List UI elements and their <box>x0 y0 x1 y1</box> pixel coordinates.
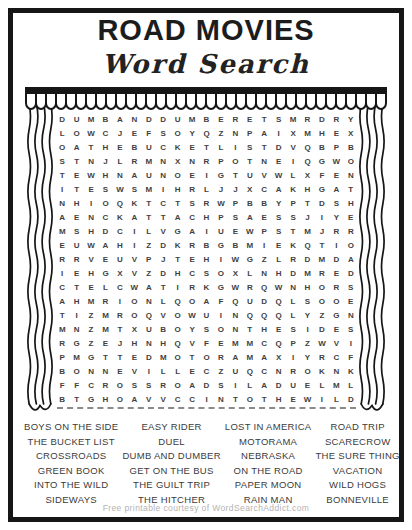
grid-cell-r9c15[interactable]: P <box>257 224 271 238</box>
grid-cell-r15c21[interactable]: N <box>344 308 358 322</box>
grid-cell-r18c4[interactable]: T <box>98 350 112 364</box>
grid-cell-r20c9[interactable]: O <box>170 378 184 392</box>
grid-cell-r4c8[interactable]: N <box>156 154 170 168</box>
grid-cell-r18c13[interactable]: A <box>228 350 242 364</box>
grid-cell-r11c19[interactable]: M <box>315 252 329 266</box>
grid-cell-r9c14[interactable]: W <box>243 224 257 238</box>
grid-cell-r3c12[interactable]: L <box>214 140 228 154</box>
grid-cell-r15c9[interactable]: O <box>170 308 184 322</box>
grid-cell-r4c12[interactable]: P <box>214 154 228 168</box>
grid-cell-r4c5[interactable]: L <box>113 154 127 168</box>
grid-cell-r16c11[interactable]: S <box>199 322 213 336</box>
grid-cell-r2c18[interactable]: M <box>300 126 314 140</box>
grid-cell-r5c16[interactable]: W <box>271 168 285 182</box>
grid-cell-r13c8[interactable]: T <box>156 280 170 294</box>
grid-cell-r19c21[interactable]: K <box>344 364 358 378</box>
grid-cell-r12c14[interactable]: L <box>243 266 257 280</box>
grid-cell-r14c18[interactable]: S <box>300 294 314 308</box>
grid-cell-r2c20[interactable]: E <box>329 126 343 140</box>
grid-cell-r9c11[interactable]: I <box>199 224 213 238</box>
grid-cell-r8c14[interactable]: A <box>243 210 257 224</box>
grid-cell-r3c15[interactable]: T <box>257 140 271 154</box>
grid-cell-r1c6[interactable]: N <box>127 112 141 126</box>
grid-cell-r16c19[interactable]: D <box>315 322 329 336</box>
grid-cell-r18c8[interactable]: M <box>156 350 170 364</box>
grid-cell-r7c18[interactable]: T <box>300 196 314 210</box>
grid-cell-r9c6[interactable]: I <box>127 224 141 238</box>
grid-cell-r15c15[interactable]: Q <box>257 308 271 322</box>
grid-cell-r1c21[interactable]: Y <box>344 112 358 126</box>
grid-cell-r7c20[interactable]: S <box>329 196 343 210</box>
grid-cell-r13c17[interactable]: N <box>286 280 300 294</box>
grid-cell-r14c15[interactable]: D <box>257 294 271 308</box>
grid-cell-r3c13[interactable]: I <box>228 140 242 154</box>
grid-cell-r12c19[interactable]: R <box>315 266 329 280</box>
grid-cell-r4c16[interactable]: E <box>271 154 285 168</box>
grid-cell-r12c15[interactable]: N <box>257 266 271 280</box>
grid-cell-r17c16[interactable]: Q <box>271 336 285 350</box>
grid-cell-r6c15[interactable]: C <box>257 182 271 196</box>
grid-cell-r20c17[interactable]: U <box>286 378 300 392</box>
grid-cell-r13c7[interactable]: A <box>142 280 156 294</box>
grid-cell-r1c16[interactable]: S <box>271 112 285 126</box>
grid-cell-r6c4[interactable]: S <box>98 182 112 196</box>
grid-cell-r8c10[interactable]: C <box>185 210 199 224</box>
grid-cell-r12c10[interactable]: C <box>185 266 199 280</box>
grid-cell-r17c11[interactable]: F <box>199 336 213 350</box>
grid-cell-r10c14[interactable]: M <box>243 238 257 252</box>
grid-cell-r3c7[interactable]: U <box>142 140 156 154</box>
grid-cell-r12c17[interactable]: D <box>286 266 300 280</box>
grid-cell-r13c13[interactable]: W <box>228 280 242 294</box>
grid-cell-r1c13[interactable]: R <box>228 112 242 126</box>
grid-cell-r3c3[interactable]: T <box>84 140 98 154</box>
grid-cell-r20c3[interactable]: C <box>84 378 98 392</box>
grid-cell-r12c7[interactable]: Z <box>142 266 156 280</box>
grid-cell-r18c2[interactable]: M <box>69 350 83 364</box>
grid-cell-r9c3[interactable]: H <box>84 224 98 238</box>
grid-cell-r12c4[interactable]: G <box>98 266 112 280</box>
grid-cell-r10c2[interactable]: U <box>69 238 83 252</box>
grid-cell-r15c6[interactable]: O <box>127 308 141 322</box>
grid-cell-r19c18[interactable]: O <box>300 364 314 378</box>
grid-cell-r11c20[interactable]: D <box>329 252 343 266</box>
grid-cell-r14c5[interactable]: I <box>113 294 127 308</box>
grid-cell-r4c9[interactable]: X <box>170 154 184 168</box>
grid-cell-r13c9[interactable]: I <box>170 280 184 294</box>
grid-cell-r15c8[interactable]: V <box>156 308 170 322</box>
grid-cell-r20c20[interactable]: M <box>329 378 343 392</box>
grid-cell-r21c6[interactable]: A <box>127 392 141 406</box>
grid-cell-r15c10[interactable]: W <box>185 308 199 322</box>
grid-cell-r6c13[interactable]: J <box>228 182 242 196</box>
grid-cell-r18c5[interactable]: T <box>113 350 127 364</box>
grid-cell-r19c4[interactable]: N <box>98 364 112 378</box>
grid-cell-r10c12[interactable]: G <box>214 238 228 252</box>
grid-cell-r9c18[interactable]: M <box>300 224 314 238</box>
grid-cell-r11c18[interactable]: D <box>300 252 314 266</box>
grid-cell-r8c18[interactable]: J <box>300 210 314 224</box>
grid-cell-r5c8[interactable]: N <box>156 168 170 182</box>
grid-cell-r1c4[interactable]: B <box>98 112 112 126</box>
grid-cell-r4c6[interactable]: R <box>127 154 141 168</box>
grid-cell-r10c15[interactable]: I <box>257 238 271 252</box>
grid-cell-r3c11[interactable]: T <box>199 140 213 154</box>
grid-cell-r2c16[interactable]: I <box>271 126 285 140</box>
grid-cell-r5c12[interactable]: G <box>214 168 228 182</box>
grid-cell-r1c2[interactable]: U <box>69 112 83 126</box>
grid-cell-r11c12[interactable]: I <box>214 252 228 266</box>
grid-cell-r8c12[interactable]: P <box>214 210 228 224</box>
grid-cell-r14c14[interactable]: U <box>243 294 257 308</box>
grid-cell-r10c10[interactable]: R <box>185 238 199 252</box>
grid-cell-r7c2[interactable]: H <box>69 196 83 210</box>
grid-cell-r17c10[interactable]: V <box>185 336 199 350</box>
grid-cell-r14c6[interactable]: O <box>127 294 141 308</box>
grid-cell-r17c6[interactable]: H <box>127 336 141 350</box>
grid-cell-r13c10[interactable]: R <box>185 280 199 294</box>
grid-cell-r2c13[interactable]: N <box>228 126 242 140</box>
grid-cell-r19c8[interactable]: L <box>156 364 170 378</box>
grid-cell-r14c11[interactable]: A <box>199 294 213 308</box>
grid-cell-r9c4[interactable]: D <box>98 224 112 238</box>
grid-cell-r21c15[interactable]: T <box>257 392 271 406</box>
grid-cell-r6c9[interactable]: H <box>170 182 184 196</box>
grid-cell-r20c19[interactable]: L <box>315 378 329 392</box>
grid-cell-r14c9[interactable]: Q <box>170 294 184 308</box>
grid-cell-r6c12[interactable]: J <box>214 182 228 196</box>
grid-cell-r9c17[interactable]: T <box>286 224 300 238</box>
grid-cell-r3c9[interactable]: K <box>170 140 184 154</box>
grid-cell-r13c21[interactable]: S <box>344 280 358 294</box>
grid-cell-r3c6[interactable]: B <box>127 140 141 154</box>
grid-cell-r6c1[interactable]: I <box>55 182 69 196</box>
grid-cell-r2c5[interactable]: J <box>113 126 127 140</box>
grid-cell-r20c16[interactable]: D <box>271 378 285 392</box>
grid-cell-r11c15[interactable]: Z <box>257 252 271 266</box>
grid-cell-r13c16[interactable]: W <box>271 280 285 294</box>
grid-cell-r20c12[interactable]: S <box>214 378 228 392</box>
grid-cell-r4c18[interactable]: Q <box>300 154 314 168</box>
grid-cell-r17c14[interactable]: M <box>243 336 257 350</box>
grid-cell-r21c16[interactable]: H <box>271 392 285 406</box>
grid-cell-r15c17[interactable]: L <box>286 308 300 322</box>
grid-cell-r6c11[interactable]: L <box>199 182 213 196</box>
grid-cell-r21c19[interactable]: I <box>315 392 329 406</box>
grid-cell-r16c5[interactable]: T <box>113 322 127 336</box>
grid-cell-r11c5[interactable]: U <box>113 252 127 266</box>
grid-cell-r4c1[interactable]: S <box>55 154 69 168</box>
grid-cell-r9c12[interactable]: U <box>214 224 228 238</box>
grid-cell-r10c20[interactable]: I <box>329 238 343 252</box>
grid-cell-r6c10[interactable]: R <box>185 182 199 196</box>
grid-cell-r16c12[interactable]: O <box>214 322 228 336</box>
grid-cell-r15c7[interactable]: Q <box>142 308 156 322</box>
grid-cell-r12c18[interactable]: M <box>300 266 314 280</box>
grid-cell-r19c1[interactable]: B <box>55 364 69 378</box>
grid-cell-r12c5[interactable]: X <box>113 266 127 280</box>
grid-cell-r8c3[interactable]: N <box>84 210 98 224</box>
grid-cell-r14c2[interactable]: H <box>69 294 83 308</box>
grid-cell-r17c20[interactable]: V <box>329 336 343 350</box>
grid-cell-r3c10[interactable]: E <box>185 140 199 154</box>
grid-cell-r6c2[interactable]: T <box>69 182 83 196</box>
grid-cell-r7c1[interactable]: N <box>55 196 69 210</box>
grid-cell-r8c1[interactable]: A <box>55 210 69 224</box>
grid-cell-r9c7[interactable]: L <box>142 224 156 238</box>
grid-cell-r20c4[interactable]: R <box>98 378 112 392</box>
grid-cell-r16c3[interactable]: Z <box>84 322 98 336</box>
grid-cell-r11c13[interactable]: W <box>228 252 242 266</box>
grid-cell-r2c14[interactable]: P <box>243 126 257 140</box>
grid-cell-r8c20[interactable]: Y <box>329 210 343 224</box>
grid-cell-r7c7[interactable]: T <box>142 196 156 210</box>
grid-cell-r12c6[interactable]: V <box>127 266 141 280</box>
grid-cell-r16c6[interactable]: X <box>127 322 141 336</box>
grid-cell-r7c19[interactable]: D <box>315 196 329 210</box>
grid-cell-r17c12[interactable]: E <box>214 336 228 350</box>
grid-cell-r5c18[interactable]: X <box>300 168 314 182</box>
grid-cell-r7c12[interactable]: W <box>214 196 228 210</box>
grid-cell-r18c15[interactable]: A <box>257 350 271 364</box>
grid-cell-r19c10[interactable]: E <box>185 364 199 378</box>
grid-cell-r21c17[interactable]: E <box>286 392 300 406</box>
grid-cell-r16c10[interactable]: Y <box>185 322 199 336</box>
grid-cell-r1c9[interactable]: U <box>170 112 184 126</box>
grid-cell-r5c17[interactable]: L <box>286 168 300 182</box>
grid-cell-r11c7[interactable]: P <box>142 252 156 266</box>
grid-cell-r15c19[interactable]: Z <box>315 308 329 322</box>
grid-cell-r9c21[interactable]: R <box>344 224 358 238</box>
grid-cell-r21c7[interactable]: V <box>142 392 156 406</box>
grid-cell-r19c9[interactable]: L <box>170 364 184 378</box>
grid-cell-r19c5[interactable]: E <box>113 364 127 378</box>
grid-cell-r2c7[interactable]: F <box>142 126 156 140</box>
grid-cell-r7c11[interactable]: R <box>199 196 213 210</box>
grid-cell-r3c16[interactable]: D <box>271 140 285 154</box>
grid-cell-r18c1[interactable]: P <box>55 350 69 364</box>
grid-cell-r17c13[interactable]: M <box>228 336 242 350</box>
grid-cell-r4c21[interactable]: O <box>344 154 358 168</box>
grid-cell-r20c8[interactable]: R <box>156 378 170 392</box>
grid-cell-r17c18[interactable]: Z <box>300 336 314 350</box>
grid-cell-r4c13[interactable]: O <box>228 154 242 168</box>
grid-cell-r4c11[interactable]: R <box>199 154 213 168</box>
grid-cell-r7c3[interactable]: I <box>84 196 98 210</box>
grid-cell-r2c10[interactable]: Y <box>185 126 199 140</box>
grid-cell-r10c13[interactable]: B <box>228 238 242 252</box>
grid-cell-r8c19[interactable]: I <box>315 210 329 224</box>
grid-cell-r11c16[interactable]: L <box>271 252 285 266</box>
grid-cell-r14c12[interactable]: F <box>214 294 228 308</box>
grid-cell-r16c17[interactable]: S <box>286 322 300 336</box>
grid-cell-r1c17[interactable]: M <box>286 112 300 126</box>
grid-cell-r8c21[interactable]: E <box>344 210 358 224</box>
grid-cell-r8c17[interactable]: S <box>286 210 300 224</box>
grid-cell-r13c3[interactable]: E <box>84 280 98 294</box>
grid-cell-r6c20[interactable]: A <box>329 182 343 196</box>
grid-cell-r6c7[interactable]: M <box>142 182 156 196</box>
grid-cell-r16c16[interactable]: E <box>271 322 285 336</box>
grid-cell-r12c9[interactable]: H <box>170 266 184 280</box>
grid-cell-r1c14[interactable]: E <box>243 112 257 126</box>
grid-cell-r20c2[interactable]: F <box>69 378 83 392</box>
grid-cell-r14c16[interactable]: Q <box>271 294 285 308</box>
grid-cell-r6c8[interactable]: I <box>156 182 170 196</box>
grid-cell-r13c20[interactable]: R <box>329 280 343 294</box>
grid-cell-r1c20[interactable]: R <box>329 112 343 126</box>
grid-cell-r1c5[interactable]: A <box>113 112 127 126</box>
grid-cell-r14c1[interactable]: A <box>55 294 69 308</box>
grid-cell-r11c4[interactable]: E <box>98 252 112 266</box>
grid-cell-r16c21[interactable]: S <box>344 322 358 336</box>
grid-cell-r14c21[interactable]: E <box>344 294 358 308</box>
grid-cell-r21c18[interactable]: W <box>300 392 314 406</box>
grid-cell-r7c6[interactable]: K <box>127 196 141 210</box>
grid-cell-r7c13[interactable]: P <box>228 196 242 210</box>
grid-cell-r6c5[interactable]: W <box>113 182 127 196</box>
grid-cell-r9c2[interactable]: S <box>69 224 83 238</box>
grid-cell-r7c8[interactable]: C <box>156 196 170 210</box>
grid-cell-r1c1[interactable]: D <box>55 112 69 126</box>
grid-cell-r17c19[interactable]: W <box>315 336 329 350</box>
grid-cell-r10c11[interactable]: B <box>199 238 213 252</box>
grid-cell-r13c12[interactable]: G <box>214 280 228 294</box>
grid-cell-r18c17[interactable]: I <box>286 350 300 364</box>
grid-cell-r5c4[interactable]: H <box>98 168 112 182</box>
grid-cell-r19c20[interactable]: N <box>329 364 343 378</box>
grid-cell-r14c17[interactable]: L <box>286 294 300 308</box>
grid-cell-r9c10[interactable]: A <box>185 224 199 238</box>
grid-cell-r21c14[interactable]: O <box>243 392 257 406</box>
grid-cell-r10c19[interactable]: T <box>315 238 329 252</box>
grid-cell-r18c16[interactable]: X <box>271 350 285 364</box>
grid-cell-r5c19[interactable]: F <box>315 168 329 182</box>
grid-cell-r19c15[interactable]: C <box>257 364 271 378</box>
grid-cell-r21c8[interactable]: V <box>156 392 170 406</box>
grid-cell-r3c18[interactable]: Q <box>300 140 314 154</box>
grid-cell-r21c1[interactable]: B <box>55 392 69 406</box>
grid-cell-r19c13[interactable]: U <box>228 364 242 378</box>
grid-cell-r9c9[interactable]: G <box>170 224 184 238</box>
grid-cell-r10c8[interactable]: D <box>156 238 170 252</box>
grid-cell-r2c6[interactable]: E <box>127 126 141 140</box>
grid-cell-r10c4[interactable]: A <box>98 238 112 252</box>
grid-cell-r2c3[interactable]: W <box>84 126 98 140</box>
grid-cell-r17c5[interactable]: J <box>113 336 127 350</box>
grid-cell-r14c10[interactable]: O <box>185 294 199 308</box>
grid-cell-r7c21[interactable]: H <box>344 196 358 210</box>
grid-cell-r5c9[interactable]: O <box>170 168 184 182</box>
grid-cell-r21c9[interactable]: C <box>170 392 184 406</box>
grid-cell-r10c1[interactable]: E <box>55 238 69 252</box>
grid-cell-r15c3[interactable]: Z <box>84 308 98 322</box>
grid-cell-r20c5[interactable]: O <box>113 378 127 392</box>
grid-cell-r17c7[interactable]: N <box>142 336 156 350</box>
grid-cell-r20c15[interactable]: A <box>257 378 271 392</box>
grid-cell-r5c3[interactable]: W <box>84 168 98 182</box>
grid-cell-r15c1[interactable]: T <box>55 308 69 322</box>
grid-cell-r1c18[interactable]: R <box>300 112 314 126</box>
grid-cell-r17c4[interactable]: E <box>98 336 112 350</box>
grid-cell-r7c10[interactable]: S <box>185 196 199 210</box>
grid-cell-r11c17[interactable]: R <box>286 252 300 266</box>
grid-cell-r18c11[interactable]: O <box>199 350 213 364</box>
grid-cell-r4c14[interactable]: T <box>243 154 257 168</box>
grid-cell-r5c13[interactable]: T <box>228 168 242 182</box>
grid-cell-r19c19[interactable]: K <box>315 364 329 378</box>
grid-cell-r3c21[interactable]: B <box>344 140 358 154</box>
grid-cell-r20c13[interactable]: I <box>228 378 242 392</box>
grid-cell-r1c12[interactable]: E <box>214 112 228 126</box>
grid-cell-r10c21[interactable]: O <box>344 238 358 252</box>
grid-cell-r18c21[interactable]: F <box>344 350 358 364</box>
grid-cell-r3c14[interactable]: S <box>243 140 257 154</box>
grid-cell-r19c11[interactable]: C <box>199 364 213 378</box>
grid-cell-r9c1[interactable]: M <box>55 224 69 238</box>
grid-cell-r5c1[interactable]: T <box>55 168 69 182</box>
grid-cell-r12c12[interactable]: O <box>214 266 228 280</box>
grid-cell-r1c15[interactable]: T <box>257 112 271 126</box>
grid-cell-r17c3[interactable]: Z <box>84 336 98 350</box>
grid-cell-r15c20[interactable]: G <box>329 308 343 322</box>
grid-cell-r11c21[interactable]: A <box>344 252 358 266</box>
grid-cell-r16c13[interactable]: N <box>228 322 242 336</box>
grid-cell-r12c16[interactable]: H <box>271 266 285 280</box>
grid-cell-r19c16[interactable]: N <box>271 364 285 378</box>
grid-cell-r9c16[interactable]: S <box>271 224 285 238</box>
grid-cell-r7c9[interactable]: T <box>170 196 184 210</box>
grid-cell-r8c4[interactable]: C <box>98 210 112 224</box>
grid-cell-r15c4[interactable]: M <box>98 308 112 322</box>
grid-cell-r18c9[interactable]: O <box>170 350 184 364</box>
grid-cell-r10c16[interactable]: E <box>271 238 285 252</box>
grid-cell-r5c11[interactable]: I <box>199 168 213 182</box>
grid-cell-r10c3[interactable]: W <box>84 238 98 252</box>
grid-cell-r5c20[interactable]: E <box>329 168 343 182</box>
grid-cell-r16c20[interactable]: E <box>329 322 343 336</box>
grid-cell-r7c5[interactable]: Q <box>113 196 127 210</box>
grid-cell-r20c21[interactable]: L <box>344 378 358 392</box>
grid-cell-r2c8[interactable]: S <box>156 126 170 140</box>
grid-cell-r2c11[interactable]: Q <box>199 126 213 140</box>
grid-cell-r4c4[interactable]: J <box>98 154 112 168</box>
grid-cell-r9c8[interactable]: V <box>156 224 170 238</box>
grid-cell-r13c2[interactable]: T <box>69 280 83 294</box>
grid-cell-r20c6[interactable]: S <box>127 378 141 392</box>
grid-cell-r12c2[interactable]: E <box>69 266 83 280</box>
grid-cell-r3c20[interactable]: P <box>329 140 343 154</box>
grid-cell-r3c8[interactable]: C <box>156 140 170 154</box>
grid-cell-r21c11[interactable]: I <box>199 392 213 406</box>
grid-cell-r18c7[interactable]: D <box>142 350 156 364</box>
grid-cell-r12c3[interactable]: H <box>84 266 98 280</box>
grid-cell-r3c4[interactable]: H <box>98 140 112 154</box>
grid-cell-r7c17[interactable]: P <box>286 196 300 210</box>
grid-cell-r8c15[interactable]: E <box>257 210 271 224</box>
grid-cell-r15c14[interactable]: Q <box>243 308 257 322</box>
grid-cell-r17c17[interactable]: P <box>286 336 300 350</box>
grid-cell-r21c2[interactable]: T <box>69 392 83 406</box>
grid-cell-r5c7[interactable]: U <box>142 168 156 182</box>
grid-cell-r9c20[interactable]: R <box>329 224 343 238</box>
grid-cell-r5c21[interactable]: N <box>344 168 358 182</box>
grid-cell-r13c11[interactable]: K <box>199 280 213 294</box>
grid-cell-r8c5[interactable]: K <box>113 210 127 224</box>
grid-cell-r20c7[interactable]: S <box>142 378 156 392</box>
grid-cell-r17c21[interactable]: I <box>344 336 358 350</box>
grid-cell-r4c20[interactable]: W <box>329 154 343 168</box>
